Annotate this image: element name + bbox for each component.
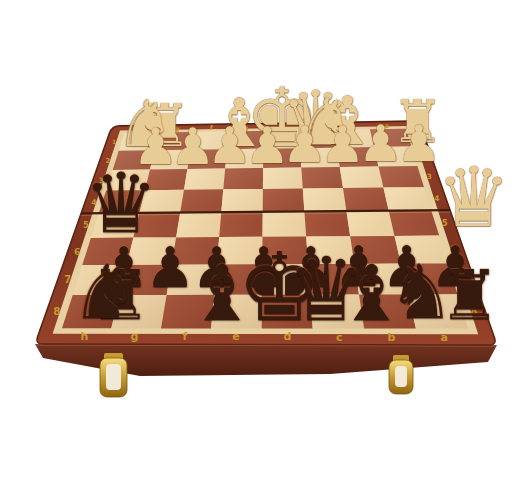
file-label-far-g: g	[175, 125, 180, 133]
rank-label-left-6: 6	[74, 246, 80, 257]
rank-label-left-8: 8	[53, 305, 60, 317]
file-label-far-e: e	[244, 124, 249, 132]
rank-label-left-3: 3	[99, 176, 104, 185]
chess-board: hgfedcbahgfedcba1234567812345678	[0, 0, 518, 484]
file-label-near-f: f	[183, 330, 188, 343]
squares	[62, 129, 468, 329]
board-sheen	[62, 129, 468, 329]
rank-label-left-1: 1	[112, 138, 116, 145]
rank-label-right-2: 2	[420, 152, 425, 160]
file-label-far-f: f	[210, 124, 213, 132]
file-label-far-b: b	[349, 122, 354, 130]
file-label-far-a: a	[385, 122, 389, 130]
file-label-near-a: a	[440, 331, 447, 344]
file-label-near-e: e	[232, 330, 239, 343]
file-label-far-h: h	[140, 126, 145, 134]
file-label-far-c: c	[314, 123, 318, 131]
file-label-far-d: d	[279, 123, 284, 131]
brass-clasp-left	[100, 353, 127, 397]
file-label-near-b: b	[388, 331, 396, 344]
rank-label-right-4: 4	[434, 194, 440, 203]
rank-label-right-5: 5	[442, 218, 448, 228]
file-label-near-c: c	[336, 331, 343, 344]
rank-label-left-4: 4	[91, 198, 97, 207]
rank-label-right-6: 6	[450, 243, 456, 254]
rank-label-right-7: 7	[460, 273, 467, 284]
brass-clasp-left-center	[106, 364, 121, 390]
file-label-near-h: h	[80, 330, 88, 343]
file-label-near-g: g	[131, 330, 139, 343]
rank-label-right-1: 1	[415, 134, 419, 141]
rank-label-right-8: 8	[470, 305, 477, 317]
rank-label-right-3: 3	[427, 172, 432, 181]
file-label-near-d: d	[283, 330, 291, 343]
brass-clasp-right	[389, 355, 413, 394]
brass-clasp-right-center	[395, 366, 407, 387]
rank-label-left-5: 5	[83, 220, 89, 230]
rank-label-left-7: 7	[64, 274, 71, 285]
rank-label-left-2: 2	[105, 157, 110, 165]
chess-set-product-photo: hgfedcbahgfedcba1234567812345678 ♜♞♝♚♛♝♞…	[0, 0, 518, 484]
